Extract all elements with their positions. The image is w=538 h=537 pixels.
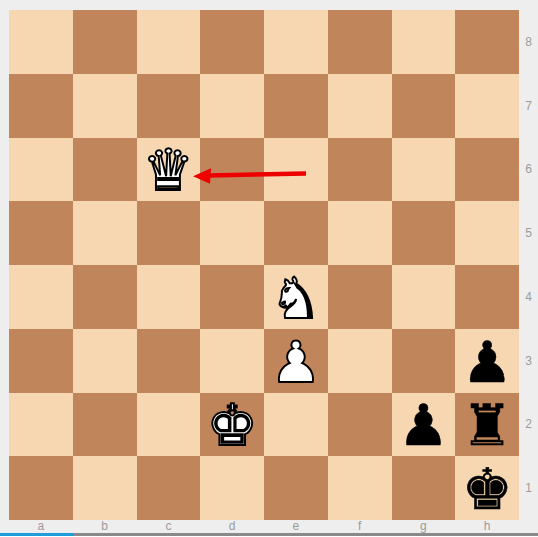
square-c1[interactable] (137, 456, 201, 520)
file-label-a: a (9, 519, 73, 533)
square-h6[interactable] (455, 138, 519, 202)
rank-label-7: 7 (519, 74, 538, 138)
square-d5[interactable] (200, 201, 264, 265)
rank-labels: 87654321 (519, 10, 538, 520)
square-b3[interactable] (73, 329, 137, 393)
file-label-f: f (328, 519, 392, 533)
square-h7[interactable] (455, 74, 519, 138)
square-g7[interactable] (392, 74, 456, 138)
file-label-h: h (455, 519, 519, 533)
file-label-b: b (73, 519, 137, 533)
square-c4[interactable] (137, 265, 201, 329)
square-f6[interactable] (328, 138, 392, 202)
square-d3[interactable] (200, 329, 264, 393)
square-b7[interactable] (73, 74, 137, 138)
square-g1[interactable] (392, 456, 456, 520)
square-c6[interactable]: ♛ (137, 138, 201, 202)
rank-label-3: 3 (519, 329, 538, 393)
square-c8[interactable] (137, 10, 201, 74)
square-d7[interactable] (200, 74, 264, 138)
piece-black-rook[interactable]: ♜ (462, 394, 513, 454)
square-h3[interactable]: ♟ (455, 329, 519, 393)
square-g6[interactable] (392, 138, 456, 202)
piece-white-king[interactable]: ♚ (207, 394, 258, 454)
piece-white-queen[interactable]: ♛ (143, 139, 194, 199)
rank-label-2: 2 (519, 393, 538, 457)
square-f5[interactable] (328, 201, 392, 265)
square-g2[interactable]: ♟ (392, 393, 456, 457)
square-g8[interactable] (392, 10, 456, 74)
square-g4[interactable] (392, 265, 456, 329)
square-e4[interactable]: ♞ (264, 265, 328, 329)
square-h1[interactable]: ♚ (455, 456, 519, 520)
file-label-g: g (392, 519, 456, 533)
square-d2[interactable]: ♚ (200, 393, 264, 457)
square-e2[interactable] (264, 393, 328, 457)
square-b2[interactable] (73, 393, 137, 457)
square-a5[interactable] (9, 201, 73, 265)
square-f4[interactable] (328, 265, 392, 329)
square-f3[interactable] (328, 329, 392, 393)
square-h2[interactable]: ♜ (455, 393, 519, 457)
square-a4[interactable] (9, 265, 73, 329)
square-e8[interactable] (264, 10, 328, 74)
square-d8[interactable] (200, 10, 264, 74)
square-d6[interactable] (200, 138, 264, 202)
square-e5[interactable] (264, 201, 328, 265)
square-f7[interactable] (328, 74, 392, 138)
square-d4[interactable] (200, 265, 264, 329)
file-label-d: d (200, 519, 264, 533)
rank-label-5: 5 (519, 201, 538, 265)
square-a3[interactable] (9, 329, 73, 393)
square-b5[interactable] (73, 201, 137, 265)
piece-white-knight[interactable]: ♞ (270, 267, 321, 327)
square-g5[interactable] (392, 201, 456, 265)
square-a1[interactable] (9, 456, 73, 520)
piece-white-pawn[interactable]: ♟ (270, 331, 321, 391)
square-d1[interactable] (200, 456, 264, 520)
square-a6[interactable] (9, 138, 73, 202)
square-a7[interactable] (9, 74, 73, 138)
rank-label-6: 6 (519, 138, 538, 202)
square-e6[interactable] (264, 138, 328, 202)
square-c2[interactable] (137, 393, 201, 457)
square-e1[interactable] (264, 456, 328, 520)
square-c5[interactable] (137, 201, 201, 265)
chess-diagram-page: ♛♞♟♟♚♟♜♚ 87654321 abcdefgh (0, 0, 538, 537)
square-b6[interactable] (73, 138, 137, 202)
square-f8[interactable] (328, 10, 392, 74)
file-label-c: c (137, 519, 201, 533)
rank-label-1: 1 (519, 456, 538, 520)
square-h5[interactable] (455, 201, 519, 265)
square-c3[interactable] (137, 329, 201, 393)
square-g3[interactable] (392, 329, 456, 393)
square-a2[interactable] (9, 393, 73, 457)
chess-board[interactable]: ♛♞♟♟♚♟♜♚ (9, 10, 519, 520)
piece-black-king[interactable]: ♚ (462, 458, 513, 518)
square-e3[interactable]: ♟ (264, 329, 328, 393)
square-h4[interactable] (455, 265, 519, 329)
square-e7[interactable] (264, 74, 328, 138)
file-label-e: e (264, 519, 328, 533)
square-b8[interactable] (73, 10, 137, 74)
square-a8[interactable] (9, 10, 73, 74)
file-labels: abcdefgh (9, 519, 519, 533)
square-b1[interactable] (73, 456, 137, 520)
square-f1[interactable] (328, 456, 392, 520)
square-h8[interactable] (455, 10, 519, 74)
piece-black-pawn[interactable]: ♟ (462, 331, 513, 391)
square-f2[interactable] (328, 393, 392, 457)
piece-black-pawn[interactable]: ♟ (398, 394, 449, 454)
square-c7[interactable] (137, 74, 201, 138)
square-b4[interactable] (73, 265, 137, 329)
rank-label-8: 8 (519, 10, 538, 74)
rank-label-4: 4 (519, 265, 538, 329)
